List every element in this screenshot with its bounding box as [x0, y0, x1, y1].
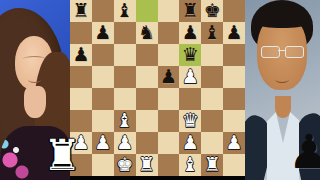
square-g8: ♚ [201, 0, 223, 22]
glasses-left-lens-icon [261, 46, 280, 58]
square-e1 [158, 154, 180, 176]
square-c4 [114, 88, 136, 110]
square-f2: ♟ [179, 132, 201, 154]
black-rook-a8: ♜ [72, 1, 89, 20]
square-f3: ♛ [179, 110, 201, 132]
square-c2: ♟ [114, 132, 136, 154]
square-f6: ♛ [179, 44, 201, 66]
square-a7 [70, 22, 92, 44]
square-d7: ♞ [136, 22, 158, 44]
square-a3 [70, 110, 92, 132]
black-pawn-icon: ♟ [288, 128, 320, 175]
square-d5 [136, 66, 158, 88]
square-h5 [223, 66, 245, 88]
square-c6 [114, 44, 136, 66]
square-g3 [201, 110, 223, 132]
right-player-neck [275, 96, 291, 118]
left-player-neck [24, 86, 46, 118]
black-pawn-b7: ♟ [94, 23, 111, 42]
square-h1 [223, 154, 245, 176]
square-e3 [158, 110, 180, 132]
white-rook-d1: ♜ [138, 155, 155, 174]
white-pawn-f5: ♟ [182, 67, 199, 86]
square-c3: ♝ [114, 110, 136, 132]
white-pawn-f2: ♟ [182, 133, 199, 152]
video-thumbnail: ♜♝♜♚♟♞♟♝♟♟♛♟♟♝♛♟♟♟♟♟♚♜♝♜ ♜ ♟ [0, 0, 320, 180]
board-bottom-bar [70, 176, 245, 180]
square-a6: ♟ [70, 44, 92, 66]
square-e6 [158, 44, 180, 66]
square-g7: ♝ [201, 22, 223, 44]
square-h6 [223, 44, 245, 66]
square-a5 [70, 66, 92, 88]
square-a4 [70, 88, 92, 110]
black-bishop-g7: ♝ [204, 23, 221, 42]
square-f8: ♜ [179, 0, 201, 22]
white-queen-f3: ♛ [182, 111, 199, 130]
black-king-g8: ♚ [204, 1, 221, 20]
black-pawn-e5: ♟ [160, 67, 177, 86]
square-h3 [223, 110, 245, 132]
square-h7: ♟ [223, 22, 245, 44]
square-g6 [201, 44, 223, 66]
black-bishop-c8: ♝ [116, 1, 133, 20]
square-b7: ♟ [92, 22, 114, 44]
square-d8 [136, 0, 158, 22]
white-king-c1: ♚ [116, 155, 133, 174]
square-a8: ♜ [70, 0, 92, 22]
left-player-smile [28, 76, 41, 83]
square-h2: ♟ [223, 132, 245, 154]
glasses-right-lens-icon [285, 46, 304, 58]
square-e5: ♟ [158, 66, 180, 88]
square-h8 [223, 0, 245, 22]
left-player-eyes [23, 56, 46, 62]
square-g2 [201, 132, 223, 154]
square-b8 [92, 0, 114, 22]
white-rook-icon: ♜ [43, 134, 82, 177]
black-queen-f6: ♛ [182, 45, 199, 64]
square-g4 [201, 88, 223, 110]
white-pawn-b2: ♟ [94, 133, 111, 152]
square-b6 [92, 44, 114, 66]
square-d4 [136, 88, 158, 110]
square-b2: ♟ [92, 132, 114, 154]
square-c5 [114, 66, 136, 88]
square-d1: ♜ [136, 154, 158, 176]
square-b1 [92, 154, 114, 176]
white-pawn-h2: ♟ [226, 133, 243, 152]
black-pawn-f7: ♟ [182, 23, 199, 42]
square-d2 [136, 132, 158, 154]
black-knight-d7: ♞ [138, 23, 155, 42]
black-pawn-a6: ♟ [72, 45, 89, 64]
square-c1: ♚ [114, 154, 136, 176]
square-b4 [92, 88, 114, 110]
square-d3 [136, 110, 158, 132]
square-e4 [158, 88, 180, 110]
square-f5: ♟ [179, 66, 201, 88]
square-b3 [92, 110, 114, 132]
white-bishop-f1: ♝ [182, 155, 199, 174]
white-rook-g1: ♜ [204, 155, 221, 174]
square-c8: ♝ [114, 0, 136, 22]
square-e8 [158, 0, 180, 22]
square-e2 [158, 132, 180, 154]
square-f1: ♝ [179, 154, 201, 176]
square-f4 [179, 88, 201, 110]
square-d6 [136, 44, 158, 66]
square-c7 [114, 22, 136, 44]
square-b5 [92, 66, 114, 88]
glasses-bridge-icon [278, 50, 285, 51]
square-g5 [201, 66, 223, 88]
black-rook-f8: ♜ [182, 1, 199, 20]
white-bishop-c3: ♝ [116, 111, 133, 130]
square-h4 [223, 88, 245, 110]
square-g1: ♜ [201, 154, 223, 176]
black-pawn-h7: ♟ [226, 23, 243, 42]
square-e7 [158, 22, 180, 44]
white-pawn-c2: ♟ [116, 133, 133, 152]
square-f7: ♟ [179, 22, 201, 44]
chess-board: ♜♝♜♚♟♞♟♝♟♟♛♟♟♝♛♟♟♟♟♟♚♜♝♜ [70, 0, 245, 176]
right-player-smile [275, 76, 289, 83]
right-player-hairline [255, 6, 309, 28]
